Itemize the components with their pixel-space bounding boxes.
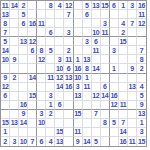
cell-r7c1[interactable]: 10 <box>1 55 10 64</box>
cell-r14c16[interactable]: 1 <box>137 119 146 128</box>
cell-r13c15[interactable] <box>128 110 137 119</box>
cell-r8c13[interactable]: 1 <box>110 64 119 73</box>
cell-r8c1[interactable] <box>1 64 10 73</box>
cell-r9c16[interactable] <box>137 74 146 83</box>
cell-r11c16[interactable]: 5 <box>137 92 146 101</box>
cell-r14c15[interactable] <box>128 119 137 128</box>
cell-r13c4[interactable] <box>28 110 37 119</box>
cell-r16c4[interactable]: 7 <box>28 137 37 146</box>
cell-r9c5[interactable] <box>37 74 46 83</box>
cell-r16c15[interactable]: 11 <box>128 137 137 146</box>
cell-r5c1[interactable]: 5 <box>1 37 10 46</box>
cell-r12c8[interactable] <box>64 101 73 110</box>
cell-r11c9[interactable]: 13 <box>74 92 83 101</box>
cell-r6c13[interactable]: 3 <box>110 46 119 55</box>
cell-r8c5[interactable] <box>37 64 46 73</box>
cell-r7c2[interactable]: 9 <box>10 55 19 64</box>
cell-r3c1[interactable]: 8 <box>1 19 10 28</box>
cell-r4c2[interactable] <box>10 28 19 37</box>
cell-r10c8[interactable]: 16 <box>64 83 73 92</box>
cell-r5c14[interactable]: 15 <box>119 37 128 46</box>
cell-r14c4[interactable] <box>28 119 37 128</box>
cell-r1c1[interactable]: 11 <box>1 1 10 10</box>
cell-r9c6[interactable]: 11 <box>46 74 55 83</box>
cell-r15c15[interactable] <box>128 128 137 137</box>
cell-r11c3[interactable] <box>19 92 28 101</box>
cell-r1c14[interactable]: 1 <box>119 1 128 10</box>
cell-r4c9[interactable] <box>74 28 83 37</box>
cell-r4c8[interactable]: 3 <box>64 28 73 37</box>
cell-r16c9[interactable]: 9 <box>74 137 83 146</box>
cell-r10c7[interactable]: 14 <box>55 83 64 92</box>
cell-r4c7[interactable] <box>55 28 64 37</box>
cell-r16c16[interactable]: 15 <box>137 137 146 146</box>
cell-r7c11[interactable] <box>92 55 101 64</box>
cell-r16c2[interactable]: 3 <box>10 137 19 146</box>
cell-r5c3[interactable]: 13 <box>19 37 28 46</box>
cell-r2c11[interactable] <box>92 10 101 19</box>
cell-r11c6[interactable]: 3 <box>46 92 55 101</box>
cell-r6c3[interactable] <box>19 46 28 55</box>
cell-r7c6[interactable] <box>46 55 55 64</box>
cell-r4c5[interactable] <box>37 28 46 37</box>
cell-r12c7[interactable]: 6 <box>55 101 64 110</box>
cell-r9c11[interactable] <box>92 74 101 83</box>
cell-r15c5[interactable] <box>37 128 46 137</box>
cell-r1c10[interactable]: 5 <box>83 1 92 10</box>
cell-r5c7[interactable] <box>55 37 64 46</box>
cell-r4c11[interactable]: 10 <box>92 28 101 37</box>
cell-r14c9[interactable] <box>74 119 83 128</box>
cell-r15c4[interactable] <box>28 128 37 137</box>
cell-r3c10[interactable] <box>83 19 92 28</box>
cell-r8c7[interactable]: 10 <box>55 64 64 73</box>
cell-r16c8[interactable] <box>64 137 73 146</box>
cell-r5c8[interactable] <box>64 37 73 46</box>
cell-r9c10[interactable]: 1 <box>83 74 92 83</box>
cell-r15c3[interactable] <box>19 128 28 137</box>
cell-r1c16[interactable]: 16 <box>137 1 146 10</box>
cell-r14c10[interactable] <box>83 119 92 128</box>
cell-r16c11[interactable]: 5 <box>92 137 101 146</box>
cell-r3c2[interactable] <box>10 19 19 28</box>
cell-r4c1[interactable]: 7 <box>1 28 10 37</box>
cell-r6c4[interactable]: 6 <box>28 46 37 55</box>
cell-r14c8[interactable] <box>64 119 73 128</box>
cell-r2c3[interactable]: 5 <box>19 10 28 19</box>
cell-r8c16[interactable]: 2 <box>137 64 146 73</box>
cell-r2c10[interactable]: 6 <box>83 10 92 19</box>
cell-r4c3[interactable] <box>19 28 28 37</box>
cell-r16c7[interactable]: 13 <box>55 137 64 146</box>
cell-r14c13[interactable]: 5 <box>110 119 119 128</box>
cell-r13c13[interactable] <box>110 110 119 119</box>
cell-r5c5[interactable] <box>37 37 46 46</box>
cell-r6c7[interactable] <box>55 46 64 55</box>
cell-r15c14[interactable]: 14 <box>119 128 128 137</box>
cell-r11c11[interactable]: 12 <box>92 92 101 101</box>
cell-r2c12[interactable] <box>101 10 110 19</box>
cell-r9c9[interactable]: 10 <box>74 74 83 83</box>
cell-r11c5[interactable] <box>37 92 46 101</box>
cell-r12c3[interactable]: 16 <box>19 101 28 110</box>
cell-r1c6[interactable]: 8 <box>46 1 55 10</box>
cell-r9c14[interactable] <box>119 74 128 83</box>
cell-r11c12[interactable]: 14 <box>101 92 110 101</box>
cell-r2c2[interactable] <box>10 10 19 19</box>
cell-r13c6[interactable]: 2 <box>46 110 55 119</box>
cell-r12c2[interactable] <box>10 101 19 110</box>
cell-r15c11[interactable] <box>92 128 101 137</box>
cell-r13c5[interactable]: 3 <box>37 110 46 119</box>
cell-r9c8[interactable]: 13 <box>64 74 73 83</box>
cell-r8c9[interactable]: 16 <box>74 64 83 73</box>
cell-r9c15[interactable] <box>128 74 137 83</box>
cell-r4c4[interactable] <box>28 28 37 37</box>
cell-r13c8[interactable] <box>64 110 73 119</box>
cell-r9c7[interactable]: 12 <box>55 74 64 83</box>
cell-r8c3[interactable] <box>19 64 28 73</box>
cell-r4c15[interactable] <box>128 28 137 37</box>
cell-r15c2[interactable] <box>10 128 19 137</box>
cell-r3c12[interactable]: 3 <box>101 19 110 28</box>
cell-r8c10[interactable]: 8 <box>83 64 92 73</box>
cell-r2c7[interactable] <box>55 10 64 19</box>
cell-r7c9[interactable]: 1 <box>74 55 83 64</box>
cell-r11c13[interactable]: 16 <box>110 92 119 101</box>
cell-r16c13[interactable] <box>110 137 119 146</box>
cell-r2c4[interactable] <box>28 10 37 19</box>
cell-r12c10[interactable] <box>83 101 92 110</box>
cell-r12c5[interactable] <box>37 101 46 110</box>
cell-r15c6[interactable] <box>46 128 55 137</box>
cell-r5c13[interactable] <box>110 37 119 46</box>
cell-r13c2[interactable] <box>10 110 19 119</box>
cell-r2c15[interactable] <box>128 10 137 19</box>
cell-r1c12[interactable]: 15 <box>101 1 110 10</box>
cell-r15c8[interactable] <box>64 128 73 137</box>
cell-r13c14[interactable] <box>119 110 128 119</box>
cell-r6c14[interactable] <box>119 46 128 55</box>
cell-r7c5[interactable]: 12 <box>37 55 46 64</box>
cell-r14c12[interactable]: 8 <box>101 119 110 128</box>
cell-r10c5[interactable] <box>37 83 46 92</box>
cell-r2c16[interactable]: 11 <box>137 10 146 19</box>
cell-r12c6[interactable]: 1 <box>46 101 55 110</box>
cell-r16c12[interactable] <box>101 137 110 146</box>
cell-r3c14[interactable]: 4 <box>119 19 128 28</box>
cell-r15c7[interactable]: 15 <box>55 128 64 137</box>
sudoku-board: 1114284125131561316135761186161134712763… <box>0 0 147 147</box>
cell-r7c10[interactable]: 13 <box>83 55 92 64</box>
cell-r13c7[interactable] <box>55 110 64 119</box>
cell-r1c2[interactable]: 14 <box>10 1 19 10</box>
cell-r9c3[interactable] <box>19 74 28 83</box>
cell-r6c12[interactable] <box>101 46 110 55</box>
cell-r6c5[interactable]: 8 <box>37 46 46 55</box>
cell-r1c11[interactable]: 13 <box>92 1 101 10</box>
cell-r13c12[interactable] <box>101 110 110 119</box>
cell-r10c15[interactable]: 13 <box>128 83 137 92</box>
cell-r10c9[interactable]: 3 <box>74 83 83 92</box>
cell-r6c2[interactable] <box>10 46 19 55</box>
cell-r15c16[interactable]: 3 <box>137 128 146 137</box>
cell-r4c10[interactable] <box>83 28 92 37</box>
cell-r7c16[interactable]: 8 <box>137 55 146 64</box>
cell-r10c3[interactable] <box>19 83 28 92</box>
cell-r15c13[interactable] <box>110 128 119 137</box>
cell-r8c6[interactable] <box>46 64 55 73</box>
cell-r16c1[interactable]: 2 <box>1 137 10 146</box>
cell-r5c15[interactable] <box>128 37 137 46</box>
cell-r7c7[interactable]: 3 <box>55 55 64 64</box>
cell-r14c11[interactable] <box>92 119 101 128</box>
cell-r3c16[interactable]: 12 <box>137 19 146 28</box>
cell-r11c2[interactable] <box>10 92 19 101</box>
cell-r1c13[interactable]: 6 <box>110 1 119 10</box>
cell-r13c9[interactable]: 15 <box>74 110 83 119</box>
cell-r12c14[interactable]: 11 <box>119 101 128 110</box>
cell-r9c4[interactable]: 14 <box>28 74 37 83</box>
cell-r12c11[interactable] <box>92 101 101 110</box>
cell-r9c13[interactable] <box>110 74 119 83</box>
cell-r15c12[interactable] <box>101 128 110 137</box>
cell-r14c5[interactable]: 10 <box>37 119 46 128</box>
cell-r2c13[interactable] <box>110 10 119 19</box>
cell-r5c4[interactable]: 12 <box>28 37 37 46</box>
cell-r16c5[interactable]: 6 <box>37 137 46 146</box>
cell-r4c16[interactable] <box>137 28 146 37</box>
cell-r3c11[interactable] <box>92 19 101 28</box>
cell-r12c4[interactable] <box>28 101 37 110</box>
cell-r8c14[interactable] <box>119 64 128 73</box>
cell-r8c8[interactable]: 6 <box>64 64 73 73</box>
cell-r4c6[interactable]: 6 <box>46 28 55 37</box>
cell-r15c10[interactable] <box>83 128 92 137</box>
cell-r12c13[interactable]: 12 <box>110 101 119 110</box>
cell-r12c12[interactable] <box>101 101 110 110</box>
cell-r11c8[interactable] <box>64 92 73 101</box>
cell-r3c5[interactable]: 11 <box>37 19 46 28</box>
cell-r7c8[interactable]: 11 <box>64 55 73 64</box>
cell-r9c2[interactable]: 2 <box>10 74 19 83</box>
cell-r8c11[interactable]: 14 <box>92 64 101 73</box>
cell-r4c13[interactable] <box>110 28 119 37</box>
cell-r11c15[interactable] <box>128 92 137 101</box>
cell-r10c2[interactable] <box>10 83 19 92</box>
cell-r16c6[interactable]: 4 <box>46 137 55 146</box>
cell-r10c13[interactable] <box>110 83 119 92</box>
cell-r9c1[interactable]: 9 <box>1 74 10 83</box>
cell-r8c15[interactable]: 9 <box>128 64 137 73</box>
cell-r10c6[interactable] <box>46 83 55 92</box>
cell-r9c12[interactable] <box>101 74 110 83</box>
cell-r11c1[interactable]: 6 <box>1 92 10 101</box>
cell-r11c7[interactable] <box>55 92 64 101</box>
cell-r14c2[interactable]: 13 <box>10 119 19 128</box>
cell-r1c8[interactable]: 12 <box>64 1 73 10</box>
cell-r6c1[interactable]: 14 <box>1 46 10 55</box>
cell-r4c12[interactable]: 11 <box>101 28 110 37</box>
cell-r10c14[interactable] <box>119 83 128 92</box>
cell-r4c14[interactable]: 2 <box>119 28 128 37</box>
cell-r5c12[interactable] <box>101 37 110 46</box>
cell-r7c3[interactable] <box>19 55 28 64</box>
cell-r6c11[interactable]: 11 <box>92 46 101 55</box>
cell-r10c4[interactable] <box>28 83 37 92</box>
cell-r5c10[interactable]: 3 <box>83 37 92 46</box>
cell-r13c10[interactable] <box>83 110 92 119</box>
cell-r12c16[interactable]: 9 <box>137 101 146 110</box>
cell-r10c12[interactable]: 6 <box>101 83 110 92</box>
cell-r5c16[interactable] <box>137 37 146 46</box>
cell-r16c10[interactable]: 14 <box>83 137 92 146</box>
cell-r2c9[interactable] <box>74 10 83 19</box>
cell-r11c14[interactable] <box>119 92 128 101</box>
cell-r6c9[interactable] <box>74 46 83 55</box>
cell-r10c1[interactable]: 12 <box>1 83 10 92</box>
cell-r7c15[interactable] <box>128 55 137 64</box>
cell-r14c6[interactable] <box>46 119 55 128</box>
cell-r14c7[interactable] <box>55 119 64 128</box>
cell-r16c14[interactable]: 16 <box>119 137 128 146</box>
cell-r3c4[interactable]: 16 <box>28 19 37 28</box>
cell-r13c16[interactable]: 13 <box>137 110 146 119</box>
cell-r15c1[interactable]: 1 <box>1 128 10 137</box>
cell-r12c15[interactable] <box>128 101 137 110</box>
cell-r2c5[interactable] <box>37 10 46 19</box>
cell-r1c15[interactable]: 3 <box>128 1 137 10</box>
cell-r7c14[interactable] <box>119 55 128 64</box>
cell-r2c6[interactable] <box>46 10 55 19</box>
cell-r2c1[interactable]: 13 <box>1 10 10 19</box>
cell-r8c12[interactable] <box>101 64 110 73</box>
cell-r1c9[interactable] <box>74 1 83 10</box>
cell-r11c4[interactable]: 15 <box>28 92 37 101</box>
cell-r6c16[interactable]: 7 <box>137 46 146 55</box>
cell-r5c11[interactable]: 6 <box>92 37 101 46</box>
cell-r14c3[interactable]: 14 <box>19 119 28 128</box>
cell-r3c15[interactable]: 7 <box>128 19 137 28</box>
cell-r13c3[interactable]: 9 <box>19 110 28 119</box>
cell-r13c11[interactable]: 7 <box>92 110 101 119</box>
cell-r2c8[interactable]: 7 <box>64 10 73 19</box>
cell-r5c6[interactable] <box>46 37 55 46</box>
cell-r7c12[interactable] <box>101 55 110 64</box>
cell-r13c1[interactable] <box>1 110 10 119</box>
cell-r1c7[interactable]: 4 <box>55 1 64 10</box>
cell-r3c6[interactable] <box>46 19 55 28</box>
cell-r7c13[interactable] <box>110 55 119 64</box>
cell-r5c2[interactable] <box>10 37 19 46</box>
cell-r3c3[interactable]: 6 <box>19 19 28 28</box>
cell-r10c10[interactable]: 11 <box>83 83 92 92</box>
cell-r12c1[interactable] <box>1 101 10 110</box>
cell-r6c8[interactable]: 2 <box>64 46 73 55</box>
cell-r8c4[interactable] <box>28 64 37 73</box>
cell-r3c8[interactable] <box>64 19 73 28</box>
cell-r1c4[interactable] <box>28 1 37 10</box>
cell-r1c3[interactable]: 2 <box>19 1 28 10</box>
cell-r2c14[interactable] <box>119 10 128 19</box>
cell-r6c15[interactable] <box>128 46 137 55</box>
cell-r10c11[interactable] <box>92 83 101 92</box>
cell-r8c2[interactable] <box>10 64 19 73</box>
cell-r3c7[interactable] <box>55 19 64 28</box>
cell-r14c1[interactable]: 15 <box>1 119 10 128</box>
cell-r6c6[interactable]: 5 <box>46 46 55 55</box>
cell-r10c16[interactable]: 4 <box>137 83 146 92</box>
cell-r7c4[interactable] <box>28 55 37 64</box>
cell-r12c9[interactable] <box>74 101 83 110</box>
cell-r3c13[interactable] <box>110 19 119 28</box>
cell-r11c10[interactable] <box>83 92 92 101</box>
cell-r16c3[interactable]: 10 <box>19 137 28 146</box>
cell-r3c9[interactable] <box>74 19 83 28</box>
cell-r6c10[interactable] <box>83 46 92 55</box>
cell-r1c5[interactable] <box>37 1 46 10</box>
cell-r15c9[interactable]: 11 <box>74 128 83 137</box>
cell-r5c9[interactable] <box>74 37 83 46</box>
cell-r14c14[interactable]: 7 <box>119 119 128 128</box>
